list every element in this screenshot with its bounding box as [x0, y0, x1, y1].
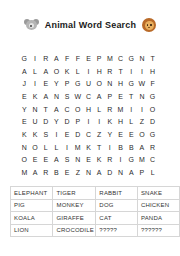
word-item: ELEPHANT	[11, 187, 53, 200]
grid-cell-r10c7[interactable]: N	[83, 166, 94, 179]
worksheet-page: Animal Word Search GIRAFFEPMCGNTALAOKLIH…	[0, 0, 180, 256]
grid-cell-r1c3[interactable]: R	[40, 52, 51, 65]
grid-cell-r3c4[interactable]: Y	[51, 77, 62, 90]
grid-cell-r7c10[interactable]: E	[115, 128, 126, 141]
grid-cell-r5c3[interactable]: T	[40, 103, 51, 116]
grid-cell-r6c13[interactable]: D	[147, 115, 158, 128]
grid-cell-r7c4[interactable]: I	[51, 128, 62, 141]
grid-cell-r4c2[interactable]: K	[30, 90, 41, 103]
grid-cell-r6c1[interactable]: E	[19, 115, 30, 128]
grid-cell-r5c5[interactable]: C	[62, 103, 73, 116]
grid-cell-r2c9[interactable]: R	[105, 65, 116, 78]
grid-cell-r1c11[interactable]: G	[126, 52, 137, 65]
grid-cell-r8c9[interactable]: I	[105, 141, 116, 154]
word-list-row: LIONCROCODILE???????????	[11, 224, 180, 237]
grid-cell-r10c9[interactable]: D	[105, 166, 116, 179]
grid-cell-r4c6[interactable]: W	[72, 90, 83, 103]
grid-cell-r10c3[interactable]: R	[40, 166, 51, 179]
grid-cell-r10c5[interactable]: E	[62, 166, 73, 179]
grid-cell-r5c8[interactable]: L	[94, 103, 105, 116]
grid-cell-r3c11[interactable]: G	[126, 77, 137, 90]
word-item: ?????	[96, 224, 138, 237]
worksheet-header: Animal Word Search	[0, 18, 180, 32]
grid-cell-r1c7[interactable]: E	[83, 52, 94, 65]
grid-cell-r2c2[interactable]: L	[30, 65, 41, 78]
grid-cell-r2c4[interactable]: O	[51, 65, 62, 78]
grid-cell-r3c10[interactable]: H	[115, 77, 126, 90]
grid-cell-r1c10[interactable]: C	[115, 52, 126, 65]
grid-cell-r7c7[interactable]: C	[83, 128, 94, 141]
word-list-row: PIGMONKEYDOGCHICKEN	[11, 199, 180, 212]
word-list-row: ELEPHANTTIGERRABBITSNAKE	[11, 187, 180, 200]
grid-cell-r2c5[interactable]: K	[62, 65, 73, 78]
grid-cell-r9c7[interactable]: E	[83, 154, 94, 167]
grid-cell-r7c3[interactable]: S	[40, 128, 51, 141]
grid-cell-r3c9[interactable]: N	[105, 77, 116, 90]
grid-cell-r6c2[interactable]: U	[30, 115, 41, 128]
word-item: ??????	[137, 224, 179, 237]
grid-cell-r1c2[interactable]: I	[30, 52, 41, 65]
grid-cell-r9c9[interactable]: R	[105, 154, 116, 167]
grid-cell-r3c2[interactable]: I	[30, 77, 41, 90]
grid-cell-r7c6[interactable]: D	[72, 128, 83, 141]
grid-cell-r5c6[interactable]: O	[72, 103, 83, 116]
grid-cell-r9c11[interactable]: G	[126, 154, 137, 167]
word-item: CHICKEN	[137, 199, 179, 212]
grid-cell-r6c9[interactable]: K	[105, 115, 116, 128]
grid-cell-r3c3[interactable]: E	[40, 77, 51, 90]
grid-cell-r3c7[interactable]: U	[83, 77, 94, 90]
grid-cell-r3c12[interactable]: W	[137, 77, 148, 90]
grid-cell-r2c3[interactable]: A	[40, 65, 51, 78]
koala-icon	[24, 19, 39, 32]
grid-cell-r4c1[interactable]: E	[19, 90, 30, 103]
grid-cell-r7c8[interactable]: Z	[94, 128, 105, 141]
grid-cell-r9c6[interactable]: N	[72, 154, 83, 167]
word-item: DOG	[96, 199, 138, 212]
grid-cell-r4c7[interactable]: C	[83, 90, 94, 103]
grid-cell-r4c10[interactable]: E	[115, 90, 126, 103]
grid-cell-r1c4[interactable]: A	[51, 52, 62, 65]
grid-cell-r5c10[interactable]: M	[115, 103, 126, 116]
grid-cell-r3c13[interactable]: F	[147, 77, 158, 90]
grid-cell-r4c5[interactable]: S	[62, 90, 73, 103]
word-item: SNAKE	[137, 187, 179, 200]
word-list: ELEPHANTTIGERRABBITSNAKEPIGMONKEYDOGCHIC…	[10, 186, 180, 237]
grid-cell-r2c13[interactable]: H	[147, 65, 158, 78]
grid-cell-r5c9[interactable]: R	[105, 103, 116, 116]
grid-cell-r2c12[interactable]: I	[137, 65, 148, 78]
grid-cell-r5c12[interactable]: I	[137, 103, 148, 116]
grid-cell-r9c1[interactable]: O	[19, 154, 30, 167]
grid-cell-r4c3[interactable]: A	[40, 90, 51, 103]
grid-cell-r4c8[interactable]: A	[94, 90, 105, 103]
grid-cell-r4c12[interactable]: N	[137, 90, 148, 103]
grid-cell-r10c8[interactable]: A	[94, 166, 105, 179]
grid-cell-r6c11[interactable]: L	[126, 115, 137, 128]
grid-cell-r9c8[interactable]: K	[94, 154, 105, 167]
word-item: LION	[11, 224, 53, 237]
grid-cell-r10c2[interactable]: A	[30, 166, 41, 179]
grid-cell-r4c11[interactable]: T	[126, 90, 137, 103]
grid-cell-r10c10[interactable]: N	[115, 166, 126, 179]
grid-cell-r9c5[interactable]: S	[62, 154, 73, 167]
grid-cell-r7c11[interactable]: E	[126, 128, 137, 141]
grid-cell-r8c12[interactable]: A	[137, 141, 148, 154]
grid-cell-r1c13[interactable]: T	[147, 52, 158, 65]
word-item: CROCODILE	[53, 224, 96, 237]
grid-cell-r9c3[interactable]: E	[40, 154, 51, 167]
grid-cell-r2c1[interactable]: A	[19, 65, 30, 78]
grid-cell-r8c7[interactable]: K	[83, 141, 94, 154]
grid-cell-r7c1[interactable]: K	[19, 128, 30, 141]
grid-cell-r9c10[interactable]: I	[115, 154, 126, 167]
grid-cell-r10c12[interactable]: P	[137, 166, 148, 179]
grid-cell-r7c5[interactable]: E	[62, 128, 73, 141]
grid-cell-r2c6[interactable]: L	[72, 65, 83, 78]
grid-cell-r8c2[interactable]: O	[30, 141, 41, 154]
grid-cell-r3c1[interactable]: J	[19, 77, 30, 90]
letter-grid: GIRAFFEPMCGNTALAOKLIHRTIIHJIEYPGUONHGWFE…	[19, 52, 158, 179]
grid-cell-r8c11[interactable]: B	[126, 141, 137, 154]
grid-cell-r2c10[interactable]: T	[115, 65, 126, 78]
lion-icon	[142, 18, 156, 32]
word-list-row: KOALAGIRAFFECATPANDA	[11, 212, 180, 225]
grid-cell-r1c8[interactable]: P	[94, 52, 105, 65]
grid-cell-r7c2[interactable]: K	[30, 128, 41, 141]
grid-cell-r9c4[interactable]: A	[51, 154, 62, 167]
word-item: KOALA	[11, 212, 53, 225]
grid-cell-r6c7[interactable]: I	[83, 115, 94, 128]
grid-cell-r9c13[interactable]: C	[147, 154, 158, 167]
grid-cell-r3c8[interactable]: O	[94, 77, 105, 90]
grid-cell-r6c5[interactable]: D	[62, 115, 73, 128]
grid-cell-r10c13[interactable]: L	[147, 166, 158, 179]
word-item: TIGER	[53, 187, 96, 200]
grid-cell-r9c12[interactable]: M	[137, 154, 148, 167]
grid-cell-r2c8[interactable]: H	[94, 65, 105, 78]
grid-cell-r5c7[interactable]: H	[83, 103, 94, 116]
word-item: GIRAFFE	[53, 212, 96, 225]
grid-cell-r7c13[interactable]: G	[147, 128, 158, 141]
grid-cell-r9c2[interactable]: E	[30, 154, 41, 167]
grid-cell-r2c11[interactable]: I	[126, 65, 137, 78]
grid-cell-r7c12[interactable]: O	[137, 128, 148, 141]
grid-cell-r1c1[interactable]: G	[19, 52, 30, 65]
grid-cell-r10c4[interactable]: B	[51, 166, 62, 179]
grid-cell-r6c12[interactable]: Z	[137, 115, 148, 128]
grid-cell-r8c13[interactable]: R	[147, 141, 158, 154]
grid-cell-r5c2[interactable]: N	[30, 103, 41, 116]
grid-cell-r8c10[interactable]: B	[115, 141, 126, 154]
grid-cell-r1c9[interactable]: M	[105, 52, 116, 65]
grid-cell-r5c1[interactable]: Y	[19, 103, 30, 116]
page-title: Animal Word Search	[45, 20, 136, 30]
grid-cell-r6c4[interactable]: Y	[51, 115, 62, 128]
grid-cell-r6c10[interactable]: H	[115, 115, 126, 128]
grid-cell-r1c6[interactable]: F	[72, 52, 83, 65]
grid-cell-r8c1[interactable]: N	[19, 141, 30, 154]
grid-cell-r6c8[interactable]: I	[94, 115, 105, 128]
grid-cell-r8c5[interactable]: I	[62, 141, 73, 154]
grid-cell-r1c12[interactable]: N	[137, 52, 148, 65]
grid-cell-r5c11[interactable]: I	[126, 103, 137, 116]
word-item: RABBIT	[96, 187, 138, 200]
grid-cell-r8c4[interactable]: L	[51, 141, 62, 154]
grid-cell-r4c9[interactable]: P	[105, 90, 116, 103]
grid-cell-r5c13[interactable]: O	[147, 103, 158, 116]
word-item: MONKEY	[53, 199, 96, 212]
grid-cell-r6c6[interactable]: P	[72, 115, 83, 128]
grid-cell-r8c8[interactable]: T	[94, 141, 105, 154]
grid-cell-r10c11[interactable]: A	[126, 166, 137, 179]
grid-cell-r3c5[interactable]: P	[62, 77, 73, 90]
grid-cell-r7c9[interactable]: Y	[105, 128, 116, 141]
grid-cell-r6c3[interactable]: D	[40, 115, 51, 128]
grid-cell-r3c6[interactable]: G	[72, 77, 83, 90]
word-item: PIG	[11, 199, 53, 212]
grid-cell-r4c13[interactable]: G	[147, 90, 158, 103]
grid-cell-r5c4[interactable]: A	[51, 103, 62, 116]
grid-cell-r4c4[interactable]: N	[51, 90, 62, 103]
grid-cell-r8c6[interactable]: M	[72, 141, 83, 154]
grid-cell-r2c7[interactable]: I	[83, 65, 94, 78]
grid-cell-r1c5[interactable]: F	[62, 52, 73, 65]
grid-cell-r8c3[interactable]: L	[40, 141, 51, 154]
grid-cell-r10c1[interactable]: M	[19, 166, 30, 179]
grid-cell-r10c6[interactable]: Z	[72, 166, 83, 179]
word-item: CAT	[96, 212, 138, 225]
word-item: PANDA	[137, 212, 179, 225]
